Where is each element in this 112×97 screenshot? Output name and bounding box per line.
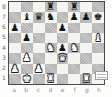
chess-board: ♜♜♝♛♞♟♟♚♟♟♟♝♞♟♞♟♛♟♟♚♜♜	[8, 1, 105, 85]
chess-diagram: 87654321 ♜♜♝♛♞♟♟♚♟♟♟♝♞♟♞♟♛♟♟♚♜♜ abcdefgh	[0, 0, 112, 97]
square-g5	[80, 33, 92, 43]
square-e8	[57, 2, 69, 12]
file-label-h: h	[93, 85, 105, 94]
piece-wR-d1: ♜	[46, 74, 55, 84]
file-label-b: b	[20, 85, 32, 94]
piece-bP-e6: ♟	[58, 23, 67, 33]
square-a4	[9, 43, 21, 53]
square-f3	[68, 53, 80, 63]
piece-bB-b7: ♝	[22, 12, 31, 22]
square-h4	[92, 43, 104, 53]
square-a1	[9, 74, 21, 84]
piece-bP-f7: ♟	[70, 12, 79, 22]
square-c3	[33, 53, 45, 63]
square-d6	[45, 23, 57, 33]
square-b7: ♝	[21, 12, 33, 22]
file-label-f: f	[69, 85, 81, 94]
rank-label-2: 2	[0, 63, 8, 73]
square-d3	[45, 53, 57, 63]
square-c1	[33, 74, 45, 84]
square-a5	[9, 33, 21, 43]
piece-bN-d7: ♞	[46, 12, 55, 22]
piece-wP-a2: ♟	[10, 64, 19, 74]
rank-label-6: 6	[0, 22, 8, 32]
square-f4: ♞	[68, 43, 80, 53]
file-label-d: d	[44, 85, 56, 94]
square-e3: ♛	[57, 53, 69, 63]
rank-label-8: 8	[0, 1, 8, 11]
rank-label-4: 4	[0, 42, 8, 52]
square-d1: ♜	[45, 74, 57, 84]
square-g3	[80, 53, 92, 63]
square-g4	[80, 43, 92, 53]
square-c5	[33, 33, 45, 43]
square-b5: ♟	[21, 33, 33, 43]
file-label-c: c	[32, 85, 44, 94]
piece-wN-f4: ♞	[70, 43, 79, 53]
piece-bP-b5: ♟	[22, 33, 31, 43]
rank-label-3: 3	[0, 52, 8, 62]
square-e2	[57, 64, 69, 74]
rank-label-7: 7	[0, 11, 8, 21]
square-e1	[57, 74, 69, 84]
square-c2: ♟	[33, 64, 45, 74]
square-b1: ♚	[21, 74, 33, 84]
square-a8	[9, 2, 21, 12]
rank-label-5: 5	[0, 32, 8, 42]
piece-bP-g7: ♟	[82, 12, 91, 22]
file-label-a: a	[8, 85, 20, 94]
piece-bQ-c7: ♛	[34, 12, 43, 22]
piece-wK-b1: ♚	[22, 74, 31, 84]
piece-bK-h7: ♚	[94, 12, 103, 22]
square-f1	[68, 74, 80, 84]
square-c4	[33, 43, 45, 53]
square-d4: ♞	[45, 43, 57, 53]
piece-wQ-e3: ♛	[58, 53, 67, 63]
piece-wP-b3: ♟	[22, 53, 31, 63]
square-a7	[9, 12, 21, 22]
square-f2	[68, 64, 80, 74]
piece-bP-a6: ♟	[10, 23, 19, 33]
square-d7: ♞	[45, 12, 57, 22]
file-label-g: g	[81, 85, 93, 94]
square-a2: ♟	[9, 64, 21, 74]
square-g1: ♜	[80, 74, 92, 84]
square-g6	[80, 23, 92, 33]
square-b3: ♟	[21, 53, 33, 63]
square-e7	[57, 12, 69, 22]
square-c6	[33, 23, 45, 33]
square-h3	[92, 53, 104, 63]
square-h5: ♝	[92, 33, 104, 43]
square-g7: ♟	[80, 12, 92, 22]
square-h7: ♚	[92, 12, 104, 22]
square-f6	[68, 23, 80, 33]
rank-label-1: 1	[0, 73, 8, 83]
piece-wR-g1: ♜	[82, 74, 91, 84]
piece-wN-d4: ♞	[46, 43, 55, 53]
file-labels: abcdefgh	[8, 85, 105, 94]
square-f7: ♟	[68, 12, 80, 22]
publisher-stamp	[95, 71, 108, 80]
square-a3	[9, 53, 21, 63]
square-e6: ♟	[57, 23, 69, 33]
rank-labels: 87654321	[0, 1, 8, 83]
piece-wB-h5: ♝	[94, 33, 103, 43]
square-a6: ♟	[9, 23, 21, 33]
piece-wP-c2: ♟	[34, 64, 43, 74]
square-c7: ♛	[33, 12, 45, 22]
file-label-e: e	[57, 85, 69, 94]
